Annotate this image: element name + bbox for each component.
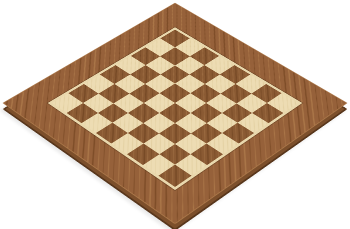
board-grid xyxy=(52,29,298,186)
board-photo xyxy=(0,0,350,229)
chess-board xyxy=(2,2,347,224)
